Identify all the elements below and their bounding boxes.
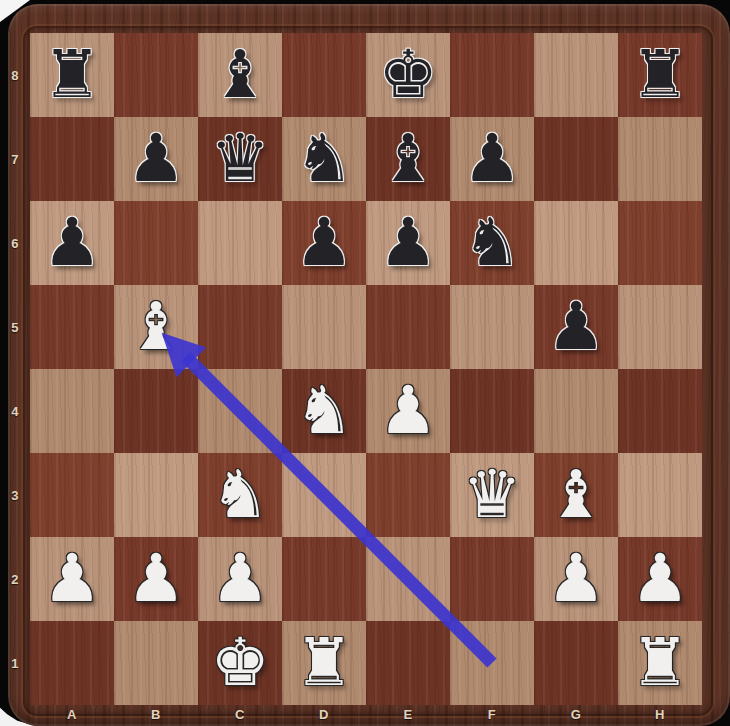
- square-f8[interactable]: [450, 33, 534, 117]
- square-c3[interactable]: ♞: [198, 453, 282, 537]
- square-a1[interactable]: [30, 621, 114, 705]
- square-h4[interactable]: [618, 369, 702, 453]
- square-g4[interactable]: [534, 369, 618, 453]
- piece-wR[interactable]: ♜: [630, 621, 689, 705]
- square-b8[interactable]: [114, 33, 198, 117]
- square-d2[interactable]: [282, 537, 366, 621]
- piece-wR[interactable]: ♜: [294, 621, 353, 705]
- square-b2[interactable]: ♟: [114, 537, 198, 621]
- piece-wB[interactable]: ♝: [546, 453, 605, 537]
- file-label-c: C: [198, 703, 282, 725]
- square-f6[interactable]: ♞: [450, 201, 534, 285]
- rank-label-4: 4: [2, 369, 28, 453]
- square-b5[interactable]: ♝: [114, 285, 198, 369]
- piece-bQ[interactable]: ♛: [210, 117, 269, 201]
- square-h1[interactable]: ♜: [618, 621, 702, 705]
- square-d5[interactable]: [282, 285, 366, 369]
- file-label-b: B: [114, 703, 198, 725]
- rank-label-8: 8: [2, 33, 28, 117]
- piece-bB[interactable]: ♝: [378, 117, 437, 201]
- square-d3[interactable]: [282, 453, 366, 537]
- square-h5[interactable]: [618, 285, 702, 369]
- square-g8[interactable]: [534, 33, 618, 117]
- square-a4[interactable]: [30, 369, 114, 453]
- square-f2[interactable]: [450, 537, 534, 621]
- square-h6[interactable]: [618, 201, 702, 285]
- piece-wQ[interactable]: ♛: [462, 453, 521, 537]
- file-label-f: F: [450, 703, 534, 725]
- square-h7[interactable]: [618, 117, 702, 201]
- square-c7[interactable]: ♛: [198, 117, 282, 201]
- square-d1[interactable]: ♜: [282, 621, 366, 705]
- square-b7[interactable]: ♟: [114, 117, 198, 201]
- square-d4[interactable]: ♞: [282, 369, 366, 453]
- square-a8[interactable]: ♜: [30, 33, 114, 117]
- piece-bP[interactable]: ♟: [462, 117, 521, 201]
- square-g2[interactable]: ♟: [534, 537, 618, 621]
- piece-bP[interactable]: ♟: [126, 117, 185, 201]
- piece-wP[interactable]: ♟: [210, 537, 269, 621]
- square-e7[interactable]: ♝: [366, 117, 450, 201]
- square-b4[interactable]: [114, 369, 198, 453]
- square-h3[interactable]: [618, 453, 702, 537]
- rank-label-5: 5: [2, 285, 28, 369]
- piece-bN[interactable]: ♞: [294, 117, 353, 201]
- file-labels: ABCDEFGH: [30, 703, 702, 725]
- square-f7[interactable]: ♟: [450, 117, 534, 201]
- file-label-d: D: [282, 703, 366, 725]
- piece-wN[interactable]: ♞: [210, 453, 269, 537]
- square-a5[interactable]: [30, 285, 114, 369]
- piece-wP[interactable]: ♟: [546, 537, 605, 621]
- square-h2[interactable]: ♟: [618, 537, 702, 621]
- square-f4[interactable]: [450, 369, 534, 453]
- rank-label-1: 1: [2, 621, 28, 705]
- piece-wB[interactable]: ♝: [126, 285, 185, 369]
- piece-bB[interactable]: ♝: [210, 33, 269, 117]
- file-label-e: E: [366, 703, 450, 725]
- file-label-a: A: [30, 703, 114, 725]
- square-f1[interactable]: [450, 621, 534, 705]
- chessboard[interactable]: ♜♝♚♜♟♛♞♝♟♟♟♟♞♝♟♞♟♞♛♝♟♟♟♟♟♚♜♜: [30, 33, 702, 705]
- square-g1[interactable]: [534, 621, 618, 705]
- square-b1[interactable]: [114, 621, 198, 705]
- square-a2[interactable]: ♟: [30, 537, 114, 621]
- square-c6[interactable]: [198, 201, 282, 285]
- square-c4[interactable]: [198, 369, 282, 453]
- square-b6[interactable]: [114, 201, 198, 285]
- piece-wP[interactable]: ♟: [378, 369, 437, 453]
- square-e2[interactable]: [366, 537, 450, 621]
- square-h8[interactable]: ♜: [618, 33, 702, 117]
- square-e3[interactable]: [366, 453, 450, 537]
- square-g5[interactable]: ♟: [534, 285, 618, 369]
- square-f3[interactable]: ♛: [450, 453, 534, 537]
- piece-bR[interactable]: ♜: [42, 33, 101, 117]
- square-d8[interactable]: [282, 33, 366, 117]
- rank-label-6: 6: [2, 201, 28, 285]
- file-label-h: H: [618, 703, 702, 725]
- square-a3[interactable]: [30, 453, 114, 537]
- rank-label-7: 7: [2, 117, 28, 201]
- square-g7[interactable]: [534, 117, 618, 201]
- square-c8[interactable]: ♝: [198, 33, 282, 117]
- square-e8[interactable]: ♚: [366, 33, 450, 117]
- chess-app: 87654321 ABCDEFGH ♜♝♚♜♟♛♞♝♟♟♟♟♞♝♟♞♟♞♛♝♟♟…: [0, 0, 730, 726]
- square-f5[interactable]: [450, 285, 534, 369]
- piece-bK[interactable]: ♚: [378, 33, 437, 117]
- file-label-g: G: [534, 703, 618, 725]
- square-d6[interactable]: ♟: [282, 201, 366, 285]
- piece-wP[interactable]: ♟: [630, 537, 689, 621]
- square-g6[interactable]: [534, 201, 618, 285]
- rank-labels: 87654321: [2, 33, 28, 705]
- rank-label-2: 2: [2, 537, 28, 621]
- piece-wN[interactable]: ♞: [294, 369, 353, 453]
- square-e4[interactable]: ♟: [366, 369, 450, 453]
- square-c5[interactable]: [198, 285, 282, 369]
- square-b3[interactable]: [114, 453, 198, 537]
- piece-bP[interactable]: ♟: [42, 201, 101, 285]
- square-e5[interactable]: [366, 285, 450, 369]
- square-c2[interactable]: ♟: [198, 537, 282, 621]
- square-e1[interactable]: [366, 621, 450, 705]
- piece-bP[interactable]: ♟: [546, 285, 605, 369]
- square-a6[interactable]: ♟: [30, 201, 114, 285]
- square-g3[interactable]: ♝: [534, 453, 618, 537]
- piece-wK[interactable]: ♚: [210, 621, 269, 705]
- piece-bP[interactable]: ♟: [378, 201, 437, 285]
- square-d7[interactable]: ♞: [282, 117, 366, 201]
- square-c1[interactable]: ♚: [198, 621, 282, 705]
- piece-wP[interactable]: ♟: [42, 537, 101, 621]
- piece-bN[interactable]: ♞: [462, 201, 521, 285]
- piece-bR[interactable]: ♜: [630, 33, 689, 117]
- square-a7[interactable]: [30, 117, 114, 201]
- square-e6[interactable]: ♟: [366, 201, 450, 285]
- piece-bP[interactable]: ♟: [294, 201, 353, 285]
- rank-label-3: 3: [2, 453, 28, 537]
- piece-wP[interactable]: ♟: [126, 537, 185, 621]
